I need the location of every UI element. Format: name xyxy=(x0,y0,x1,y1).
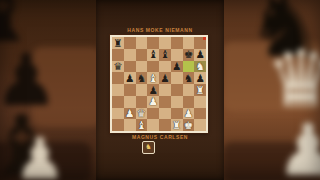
video-frame: ♝♟♝♟ ♞♛♟ HANS MOKE NIEMANN ♜♝♝♚♟♛♟♞♟♞♝♟♞… xyxy=(0,0,320,180)
square-c5: ♞ xyxy=(136,72,148,84)
square-f6: ♟ xyxy=(171,61,183,73)
blurred-white-pawn-icon: ♟ xyxy=(276,114,320,180)
square-b7 xyxy=(124,49,136,61)
black-pawn-piece: ♟ xyxy=(194,72,206,84)
square-h4: ♜ xyxy=(194,84,206,96)
player-name-black: HANS MOKE NIEMANN xyxy=(96,27,224,33)
black-knight-piece: ♞ xyxy=(183,72,195,84)
square-c1: ♝ xyxy=(136,119,148,131)
square-d1 xyxy=(147,119,159,131)
blurred-background-right: ♞♛♟ xyxy=(224,0,320,180)
square-g8 xyxy=(183,37,195,49)
chess-board: ♜♝♝♚♟♛♟♞♟♞♝♟♞♟♟♜♟♟♛♟♝♜♚ xyxy=(112,37,206,131)
red-corner-marker xyxy=(203,37,206,40)
square-g4 xyxy=(183,84,195,96)
black-pawn-piece: ♟ xyxy=(194,49,206,61)
square-h3 xyxy=(194,96,206,108)
square-h6: ♞ xyxy=(194,61,206,73)
square-e3 xyxy=(159,96,171,108)
square-b5: ♟ xyxy=(124,72,136,84)
white-pawn-piece: ♟ xyxy=(124,108,136,120)
square-a6: ♛ xyxy=(112,61,124,73)
square-a3 xyxy=(112,96,124,108)
square-b8 xyxy=(124,37,136,49)
white-queen-piece: ♛ xyxy=(136,108,148,120)
square-c8 xyxy=(136,37,148,49)
square-g1: ♚ xyxy=(183,119,195,131)
square-f3 xyxy=(171,96,183,108)
chess-board-frame: ♜♝♝♚♟♛♟♞♟♞♝♟♞♟♟♜♟♟♛♟♝♜♚ xyxy=(110,35,208,133)
square-a7 xyxy=(112,49,124,61)
channel-crest-logo: ♞ xyxy=(142,141,155,154)
square-g7: ♚ xyxy=(183,49,195,61)
square-d4: ♟ xyxy=(147,84,159,96)
video-center-column: HANS MOKE NIEMANN ♜♝♝♚♟♛♟♞♟♞♝♟♞♟♟♜♟♟♛♟♝♜… xyxy=(96,0,224,180)
square-c2: ♛ xyxy=(136,108,148,120)
square-b1 xyxy=(124,119,136,131)
square-b2: ♟ xyxy=(124,108,136,120)
square-e5: ♟ xyxy=(159,72,171,84)
white-pawn-piece: ♟ xyxy=(183,108,195,120)
white-rook-piece: ♜ xyxy=(194,84,206,96)
black-pawn-piece: ♟ xyxy=(159,72,171,84)
square-f8 xyxy=(171,37,183,49)
player-name-white: MAGNUS CARLSEN xyxy=(96,134,224,140)
square-e8 xyxy=(159,37,171,49)
square-g5: ♞ xyxy=(183,72,195,84)
square-a1 xyxy=(112,119,124,131)
black-queen-piece: ♛ xyxy=(112,61,124,73)
square-f7 xyxy=(171,49,183,61)
square-e2 xyxy=(159,108,171,120)
square-d2 xyxy=(147,108,159,120)
black-pawn-piece: ♟ xyxy=(124,72,136,84)
black-pawn-piece: ♟ xyxy=(147,84,159,96)
crest-knight-icon: ♞ xyxy=(145,144,151,151)
black-rook-piece: ♜ xyxy=(112,37,124,49)
square-d3: ♟ xyxy=(147,96,159,108)
square-a2 xyxy=(112,108,124,120)
square-h1 xyxy=(194,119,206,131)
white-bishop-piece: ♝ xyxy=(147,72,159,84)
square-d7: ♝ xyxy=(147,49,159,61)
black-king-piece: ♚ xyxy=(183,49,195,61)
black-bishop-piece: ♝ xyxy=(159,49,171,61)
square-h5: ♟ xyxy=(194,72,206,84)
square-d5: ♝ xyxy=(147,72,159,84)
square-e6 xyxy=(159,61,171,73)
black-pawn-piece: ♟ xyxy=(171,61,183,73)
square-g3 xyxy=(183,96,195,108)
black-bishop-piece: ♝ xyxy=(147,49,159,61)
square-b3 xyxy=(124,96,136,108)
white-king-piece: ♚ xyxy=(183,119,195,131)
square-e4 xyxy=(159,84,171,96)
square-d6 xyxy=(147,61,159,73)
square-f4 xyxy=(171,84,183,96)
square-d8 xyxy=(147,37,159,49)
white-pawn-piece: ♟ xyxy=(147,96,159,108)
square-h7: ♟ xyxy=(194,49,206,61)
square-g2: ♟ xyxy=(183,108,195,120)
square-h2 xyxy=(194,108,206,120)
square-b4 xyxy=(124,84,136,96)
square-f2 xyxy=(171,108,183,120)
blurred-background-left: ♝♟♝♟ xyxy=(0,0,96,180)
black-knight-piece: ♞ xyxy=(136,72,148,84)
square-e1 xyxy=(159,119,171,131)
square-a5 xyxy=(112,72,124,84)
square-b6 xyxy=(124,61,136,73)
white-knight-piece: ♞ xyxy=(194,61,206,73)
square-a4 xyxy=(112,84,124,96)
square-f5 xyxy=(171,72,183,84)
white-rook-piece: ♜ xyxy=(171,119,183,131)
square-f1: ♜ xyxy=(171,119,183,131)
square-c4 xyxy=(136,84,148,96)
square-g6 xyxy=(183,61,195,73)
blurred-white-queen-icon: ♛ xyxy=(266,40,320,118)
square-a8: ♜ xyxy=(112,37,124,49)
square-c7 xyxy=(136,49,148,61)
square-e7: ♝ xyxy=(159,49,171,61)
square-c3 xyxy=(136,96,148,108)
white-bishop-piece: ♝ xyxy=(136,119,148,131)
square-c6 xyxy=(136,61,148,73)
blurred-white-pawn-icon: ♟ xyxy=(14,130,66,180)
